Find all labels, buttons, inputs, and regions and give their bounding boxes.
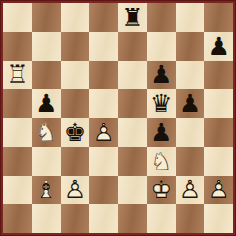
piece-white-knight-b4[interactable]: ♞♘ [32, 118, 61, 147]
square-f1[interactable] [147, 204, 176, 233]
square-b6[interactable] [32, 61, 61, 90]
square-e5[interactable] [118, 89, 147, 118]
square-b8[interactable] [32, 3, 61, 32]
square-e6[interactable] [118, 61, 147, 90]
black-pawn-glyph: ♟ [32, 89, 61, 118]
white-pawn-glyph-outline: ♙ [61, 176, 90, 205]
piece-white-knight-f3[interactable]: ♞♘ [147, 147, 176, 176]
square-h5[interactable] [204, 89, 233, 118]
square-c3[interactable] [61, 147, 90, 176]
square-f4[interactable]: ♟ [147, 118, 176, 147]
square-b3[interactable] [32, 147, 61, 176]
square-a2[interactable] [3, 176, 32, 205]
square-a4[interactable] [3, 118, 32, 147]
white-pawn-glyph-outline: ♙ [176, 176, 205, 205]
square-c8[interactable] [61, 3, 90, 32]
piece-white-king-f2[interactable]: ♚♔ [147, 176, 176, 205]
square-a3[interactable] [3, 147, 32, 176]
piece-black-queen-f5[interactable]: ♛ [147, 89, 176, 118]
white-bishop-glyph-outline: ♗ [32, 176, 61, 205]
white-pawn-glyph-outline: ♙ [89, 118, 118, 147]
piece-white-pawn-c2[interactable]: ♟♙ [61, 176, 90, 205]
square-e2[interactable] [118, 176, 147, 205]
square-c6[interactable] [61, 61, 90, 90]
white-knight-glyph-outline: ♘ [147, 147, 176, 176]
piece-black-rook-e8[interactable]: ♜ [118, 3, 147, 32]
piece-black-pawn-g5[interactable]: ♟ [176, 89, 205, 118]
square-b1[interactable] [32, 204, 61, 233]
chess-board-frame: ♜♟♜♖♟♟♛♟♞♘♚♟♙♟♞♘♝♗♟♙♚♔♟♙♟♙ [0, 0, 236, 236]
square-e8[interactable]: ♜ [118, 3, 147, 32]
black-queen-glyph: ♛ [147, 89, 176, 118]
square-d1[interactable] [89, 204, 118, 233]
piece-black-pawn-b5[interactable]: ♟ [32, 89, 61, 118]
square-c7[interactable] [61, 32, 90, 61]
square-g6[interactable] [176, 61, 205, 90]
square-d6[interactable] [89, 61, 118, 90]
square-f7[interactable] [147, 32, 176, 61]
square-d4[interactable]: ♟♙ [89, 118, 118, 147]
black-pawn-glyph: ♟ [176, 89, 205, 118]
square-c1[interactable] [61, 204, 90, 233]
square-a1[interactable] [3, 204, 32, 233]
square-f6[interactable]: ♟ [147, 61, 176, 90]
black-king-glyph: ♚ [61, 118, 90, 147]
square-d7[interactable] [89, 32, 118, 61]
piece-white-pawn-g2[interactable]: ♟♙ [176, 176, 205, 205]
square-a5[interactable] [3, 89, 32, 118]
black-rook-glyph: ♜ [118, 3, 147, 32]
square-a8[interactable] [3, 3, 32, 32]
square-b7[interactable] [32, 32, 61, 61]
white-pawn-glyph-outline: ♙ [204, 176, 233, 205]
piece-white-pawn-h2[interactable]: ♟♙ [204, 176, 233, 205]
square-e3[interactable] [118, 147, 147, 176]
black-pawn-glyph: ♟ [147, 118, 176, 147]
square-e4[interactable] [118, 118, 147, 147]
square-g1[interactable] [176, 204, 205, 233]
piece-white-bishop-b2[interactable]: ♝♗ [32, 176, 61, 205]
square-g3[interactable] [176, 147, 205, 176]
square-d8[interactable] [89, 3, 118, 32]
square-h2[interactable]: ♟♙ [204, 176, 233, 205]
square-h1[interactable] [204, 204, 233, 233]
square-d3[interactable] [89, 147, 118, 176]
piece-black-king-c4[interactable]: ♚ [61, 118, 90, 147]
piece-white-rook-a6[interactable]: ♜♖ [3, 61, 32, 90]
white-king-glyph-outline: ♔ [147, 176, 176, 205]
white-knight-glyph-outline: ♘ [32, 118, 61, 147]
square-f2[interactable]: ♚♔ [147, 176, 176, 205]
square-f8[interactable] [147, 3, 176, 32]
square-a6[interactable]: ♜♖ [3, 61, 32, 90]
piece-black-pawn-h7[interactable]: ♟ [204, 32, 233, 61]
chess-board: ♜♟♜♖♟♟♛♟♞♘♚♟♙♟♞♘♝♗♟♙♚♔♟♙♟♙ [3, 3, 233, 233]
square-c5[interactable] [61, 89, 90, 118]
square-a7[interactable] [3, 32, 32, 61]
square-g7[interactable] [176, 32, 205, 61]
piece-white-pawn-d4[interactable]: ♟♙ [89, 118, 118, 147]
square-b2[interactable]: ♝♗ [32, 176, 61, 205]
piece-black-pawn-f4[interactable]: ♟ [147, 118, 176, 147]
square-c4[interactable]: ♚ [61, 118, 90, 147]
square-b4[interactable]: ♞♘ [32, 118, 61, 147]
square-h3[interactable] [204, 147, 233, 176]
square-h7[interactable]: ♟ [204, 32, 233, 61]
square-f3[interactable]: ♞♘ [147, 147, 176, 176]
square-b5[interactable]: ♟ [32, 89, 61, 118]
square-e1[interactable] [118, 204, 147, 233]
square-d5[interactable] [89, 89, 118, 118]
black-pawn-glyph: ♟ [204, 32, 233, 61]
white-rook-glyph-outline: ♖ [3, 61, 32, 90]
square-f5[interactable]: ♛ [147, 89, 176, 118]
black-pawn-glyph: ♟ [147, 61, 176, 90]
square-d2[interactable] [89, 176, 118, 205]
square-g4[interactable] [176, 118, 205, 147]
square-h6[interactable] [204, 61, 233, 90]
square-c2[interactable]: ♟♙ [61, 176, 90, 205]
square-h4[interactable] [204, 118, 233, 147]
piece-black-pawn-f6[interactable]: ♟ [147, 61, 176, 90]
square-g2[interactable]: ♟♙ [176, 176, 205, 205]
square-e7[interactable] [118, 32, 147, 61]
square-g8[interactable] [176, 3, 205, 32]
square-h8[interactable] [204, 3, 233, 32]
square-g5[interactable]: ♟ [176, 89, 205, 118]
